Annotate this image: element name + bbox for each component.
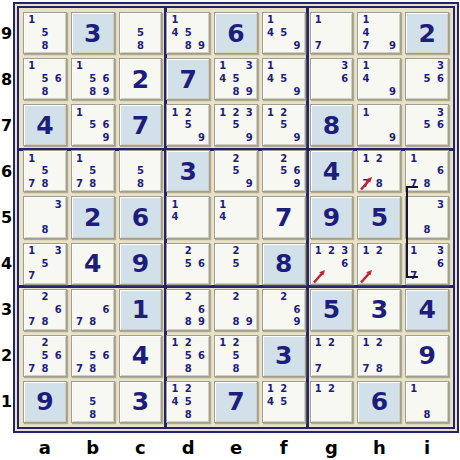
candidate-mark [52,270,65,283]
candidate-mark [359,86,372,99]
cell-a4[interactable]: 1357 [23,243,67,285]
cell-d8[interactable]: 7 [166,58,210,100]
pencil-marks-e4: 25 [216,245,256,283]
candidate-mark: 4 [264,73,277,86]
cell-h2[interactable]: 1278 [357,335,401,377]
candidate-mark [277,132,290,145]
cell-g4[interactable]: 1236 [310,243,354,285]
row-label-8: 8 [0,58,13,100]
candidate-mark: 5 [420,73,433,86]
candidate-mark: 5 [182,119,195,132]
candidate-mark [434,211,447,224]
candidate-mark [73,337,86,350]
candidate-mark: 1 [73,152,86,165]
candidate-mark [325,408,338,421]
cell-f3[interactable]: 269 [262,289,306,331]
candidate-mark: 4 [359,73,372,86]
candidate-mark [216,165,229,178]
candidate-mark [38,270,51,283]
candidate-mark [99,178,112,191]
cell-e2[interactable]: 1258 [214,335,258,377]
cell-b5[interactable]: 2 [71,196,115,238]
candidate-mark [52,316,65,329]
candidate-mark [386,60,399,73]
candidate-mark: 8 [420,224,433,237]
cell-g3[interactable]: 5 [310,289,354,331]
candidate-mark [373,349,386,362]
candidate-mark [407,132,420,145]
cell-f7[interactable]: 1259 [262,104,306,146]
pencil-marks-h7: 19 [359,106,399,144]
candidate-mark [168,245,181,258]
column-label-i: i [405,436,449,458]
cell-g1[interactable]: 12 [310,381,354,423]
cell-d4[interactable]: 256 [166,243,210,285]
candidate-mark: 5 [229,165,242,178]
candidate-mark [216,86,229,99]
cell-g9[interactable]: 17 [310,12,354,54]
candidate-mark: 6 [52,73,65,86]
cell-b9[interactable]: 3 [71,12,115,54]
candidate-mark: 6 [434,257,447,270]
candidate-mark [195,198,208,211]
candidate-mark: 6 [195,349,208,362]
candidate-mark: 6 [99,119,112,132]
candidate-mark [264,408,277,421]
cell-d5[interactable]: 14 [166,196,210,238]
row-label-5: 5 [0,196,13,238]
candidate-mark: 7 [25,316,38,329]
candidate-mark: 1 [359,152,372,165]
candidate-mark [420,86,433,99]
candidate-mark: 2 [277,152,290,165]
candidate-mark: 9 [290,86,303,99]
candidate-mark [243,245,256,258]
pencil-marks-a6: 1578 [25,152,65,190]
candidate-mark [182,270,195,283]
candidate-mark [73,396,86,409]
cell-h8[interactable]: 149 [357,58,401,100]
candidate-mark [386,362,399,375]
cell-b2[interactable]: 5678 [71,335,115,377]
candidate-mark: 1 [312,245,325,258]
candidate-mark: 9 [195,132,208,145]
cell-a3[interactable]: 2678 [23,289,67,331]
candidate-mark: 8 [229,362,242,375]
cell-b7[interactable]: 1569 [71,104,115,146]
cell-e8[interactable]: 134589 [214,58,258,100]
cell-d6[interactable]: 3 [166,150,210,192]
pencil-marks-d7: 1259 [168,106,208,144]
candidate-mark: 1 [216,337,229,350]
candidate-mark [229,303,242,316]
cell-f8[interactable]: 1459 [262,58,306,100]
candidate-mark [182,224,195,237]
candidate-mark [277,178,290,191]
cell-c8[interactable]: 2 [119,58,163,100]
candidate-mark [99,152,112,165]
cell-c5[interactable]: 6 [119,196,163,238]
cell-a7[interactable]: 4 [23,104,67,146]
candidate-mark [229,178,242,191]
candidate-mark [86,106,99,119]
cell-c1[interactable]: 3 [119,381,163,423]
cell-b6[interactable]: 1578 [71,150,115,192]
pencil-marks-a4: 1357 [25,245,65,283]
pencil-marks-c9: 58 [121,14,161,52]
candidate-mark: 5 [86,119,99,132]
candidate-mark: 5 [38,27,51,40]
candidate-mark: 5 [277,73,290,86]
pencil-marks-i7: 356 [407,106,447,144]
candidate-mark [386,245,399,258]
cell-h6[interactable]: 1278 [357,150,401,192]
column-label-h: h [357,436,401,458]
candidate-mark: 5 [86,396,99,409]
cell-a2[interactable]: 25678 [23,335,67,377]
cell-e5[interactable]: 14 [214,196,258,238]
cell-g5[interactable]: 9 [310,196,354,238]
cell-f6[interactable]: 2569 [262,150,306,192]
cell-d3[interactable]: 2689 [166,289,210,331]
pencil-marks-d2: 12568 [168,337,208,375]
candidate-mark [338,349,351,362]
candidate-mark [216,178,229,191]
candidate-mark [52,14,65,27]
cell-i1[interactable]: 18 [405,381,449,423]
candidate-mark [386,165,399,178]
candidate-mark [121,39,134,52]
candidate-mark [243,211,256,224]
cell-b3[interactable]: 678 [71,289,115,331]
candidate-mark [264,303,277,316]
candidate-mark [290,27,303,40]
cell-i2[interactable]: 9 [405,335,449,377]
candidate-mark: 2 [38,337,51,350]
candidate-mark [52,27,65,40]
candidate-mark [407,396,420,409]
candidate-mark [243,198,256,211]
cell-d2[interactable]: 12568 [166,335,210,377]
candidate-mark: 2 [277,106,290,119]
cell-d1[interactable]: 12458 [166,381,210,423]
cell-d9[interactable]: 14589 [166,12,210,54]
pencil-marks-e2: 1258 [216,337,256,375]
column-label-g: g [310,436,354,458]
candidate-mark: 2 [325,383,338,396]
cell-i3[interactable]: 4 [405,289,449,331]
candidate-mark: 9 [290,316,303,329]
candidate-mark [359,119,372,132]
cell-e7[interactable]: 12359 [214,104,258,146]
candidate-mark [52,211,65,224]
cell-i7[interactable]: 356 [405,104,449,146]
candidate-mark [38,245,51,258]
candidate-mark [168,224,181,237]
candidate-mark: 5 [277,119,290,132]
candidate-mark [277,303,290,316]
cell-c6[interactable]: 58 [119,150,163,192]
candidate-mark [195,396,208,409]
cell-e3[interactable]: 289 [214,289,258,331]
column-labels: abcdefghi [23,436,449,458]
candidate-mark: 9 [99,86,112,99]
candidate-mark: 5 [182,257,195,270]
candidate-mark [99,383,112,396]
candidate-mark: 8 [38,316,51,329]
candidate-mark [420,270,433,283]
candidate-mark [147,39,160,52]
candidate-mark: 1 [359,60,372,73]
candidate-mark [52,60,65,73]
cell-h4[interactable]: 12 [357,243,401,285]
row-label-4: 4 [0,243,13,285]
candidate-mark: 6 [434,73,447,86]
candidate-mark [277,14,290,27]
candidate-mark [147,14,160,27]
candidate-mark: 1 [168,383,181,396]
candidate-mark [168,270,181,283]
candidate-mark [25,39,38,52]
candidate-mark [216,303,229,316]
candidate-mark [264,291,277,304]
cell-f2[interactable]: 3 [262,335,306,377]
cell-b4[interactable]: 4 [71,243,115,285]
candidate-mark: 8 [86,316,99,329]
candidate-mark: 5 [86,165,99,178]
cell-c4[interactable]: 9 [119,243,163,285]
candidate-mark [38,303,51,316]
candidate-mark [420,132,433,145]
candidate-mark [195,408,208,421]
cell-i8[interactable]: 356 [405,58,449,100]
candidate-mark: 6 [99,303,112,316]
candidate-mark [38,152,51,165]
candidate-mark [73,408,86,421]
candidate-mark [121,165,134,178]
candidate-mark [229,270,242,283]
candidate-mark [338,39,351,52]
candidate-mark [86,337,99,350]
cell-i9[interactable]: 2 [405,12,449,54]
candidate-mark [264,178,277,191]
candidate-mark: 1 [216,106,229,119]
candidate-mark [216,257,229,270]
candidate-mark: 8 [182,39,195,52]
candidate-mark [25,73,38,86]
candidate-mark [243,337,256,350]
candidate-mark [121,27,134,40]
pencil-marks-a8: 1568 [25,60,65,98]
row-label-7: 7 [0,104,13,146]
candidate-mark: 8 [373,178,386,191]
candidate-mark: 1 [25,14,38,27]
cell-a6[interactable]: 1578 [23,150,67,192]
cell-h7[interactable]: 19 [357,104,401,146]
candidate-mark: 9 [243,316,256,329]
cell-a8[interactable]: 1568 [23,58,67,100]
cell-f4[interactable]: 8 [262,243,306,285]
candidate-mark [338,362,351,375]
candidate-mark [134,14,147,27]
candidate-mark: 3 [434,106,447,119]
candidate-mark [290,119,303,132]
candidate-mark [325,27,338,40]
cell-e4[interactable]: 25 [214,243,258,285]
candidate-mark [264,165,277,178]
candidate-mark: 8 [373,362,386,375]
candidate-mark [312,396,325,409]
candidate-mark [420,245,433,258]
cell-f5[interactable]: 7 [262,196,306,238]
pencil-marks-g8: 36 [312,60,352,98]
candidate-mark [25,257,38,270]
candidate-mark: 5 [277,165,290,178]
cell-a1[interactable]: 9 [23,381,67,423]
column-label-d: d [166,436,210,458]
candidate-mark: 1 [312,14,325,27]
candidate-mark: 1 [168,198,181,211]
candidate-mark [290,383,303,396]
candidate-mark: 5 [277,396,290,409]
pencil-marks-i8: 356 [407,60,447,98]
candidate-mark: 8 [229,86,242,99]
pencil-marks-f9: 1459 [264,14,304,52]
candidate-mark: 2 [229,337,242,350]
candidate-mark [73,349,86,362]
candidate-mark [86,132,99,145]
candidate-mark: 6 [434,119,447,132]
candidate-mark: 2 [229,152,242,165]
candidate-mark [25,224,38,237]
cell-d7[interactable]: 1259 [166,104,210,146]
candidate-mark [52,362,65,375]
candidate-mark [264,132,277,145]
candidate-mark [407,165,420,178]
candidate-mark: 5 [420,119,433,132]
cell-h5[interactable]: 5 [357,196,401,238]
pencil-marks-h2: 1278 [359,337,399,375]
column-label-b: b [71,436,115,458]
candidate-mark: 2 [182,291,195,304]
cell-b1[interactable]: 58 [71,381,115,423]
candidate-mark [407,60,420,73]
candidate-mark [386,106,399,119]
pencil-marks-b7: 1569 [73,106,113,144]
candidate-mark [312,349,325,362]
candidate-mark [338,408,351,421]
candidate-mark: 8 [182,408,195,421]
candidate-mark [325,396,338,409]
candidate-mark [325,39,338,52]
pencil-marks-b2: 5678 [73,337,113,375]
candidate-mark [195,211,208,224]
cell-f9[interactable]: 1459 [262,12,306,54]
candidate-mark [420,106,433,119]
candidate-mark [420,257,433,270]
cell-h9[interactable]: 1479 [357,12,401,54]
candidate-mark [195,337,208,350]
pencil-marks-g1: 12 [312,383,352,421]
candidate-mark: 2 [373,245,386,258]
cell-e6[interactable]: 259 [214,150,258,192]
candidate-mark: 4 [264,396,277,409]
candidate-mark [195,245,208,258]
pencil-marks-g9: 17 [312,14,352,52]
candidate-mark [121,14,134,27]
candidate-mark [195,27,208,40]
candidate-mark [386,119,399,132]
pencil-marks-a5: 38 [25,198,65,236]
candidate-mark [373,73,386,86]
candidate-mark: 1 [359,14,372,27]
candidate-mark [168,408,181,421]
sudoku-solver-screen: 1583581458961459171479215681568927134589… [0,0,460,460]
cell-b8[interactable]: 15689 [71,58,115,100]
candidate-mark [434,178,447,191]
candidate-mark [243,224,256,237]
candidate-mark: 2 [38,291,51,304]
candidate-mark: 5 [182,27,195,40]
cell-h3[interactable]: 3 [357,289,401,331]
candidate-mark: 6 [52,349,65,362]
cell-c9[interactable]: 58 [119,12,163,54]
candidate-mark: 3 [338,245,351,258]
candidate-mark [134,152,147,165]
strong-link-bracket [406,186,418,278]
candidate-mark: 1 [73,60,86,73]
candidate-mark: 4 [168,27,181,40]
candidate-mark: 1 [264,106,277,119]
cell-a5[interactable]: 38 [23,196,67,238]
cell-e9[interactable]: 6 [214,12,258,54]
candidate-mark [195,224,208,237]
candidate-mark [147,178,160,191]
candidate-mark: 7 [359,362,372,375]
candidate-mark [325,73,338,86]
candidate-mark: 2 [325,245,338,258]
cell-c7[interactable]: 7 [119,104,163,146]
candidate-mark: 6 [195,257,208,270]
candidate-mark: 9 [386,86,399,99]
cell-c2[interactable]: 4 [119,335,163,377]
cell-g8[interactable]: 36 [310,58,354,100]
candidate-mark [338,86,351,99]
cell-c3[interactable]: 1 [119,289,163,331]
cell-g7[interactable]: 8 [310,104,354,146]
candidate-mark [121,178,134,191]
candidate-mark [25,86,38,99]
cell-g2[interactable]: 127 [310,335,354,377]
cell-h1[interactable]: 6 [357,381,401,423]
pencil-marks-e6: 259 [216,152,256,190]
candidate-mark [38,60,51,73]
candidate-mark [373,106,386,119]
candidate-mark: 8 [86,362,99,375]
cell-f1[interactable]: 1245 [262,381,306,423]
candidate-mark: 1 [359,106,372,119]
candidate-mark [277,86,290,99]
pencil-marks-b8: 15689 [73,60,113,98]
candidate-mark [373,270,386,283]
candidate-mark [325,86,338,99]
pencil-marks-e3: 289 [216,291,256,329]
cell-g6[interactable]: 4 [310,150,354,192]
cell-a9[interactable]: 158 [23,12,67,54]
cell-e1[interactable]: 7 [214,381,258,423]
candidate-mark [312,86,325,99]
row-label-2: 2 [0,335,13,377]
